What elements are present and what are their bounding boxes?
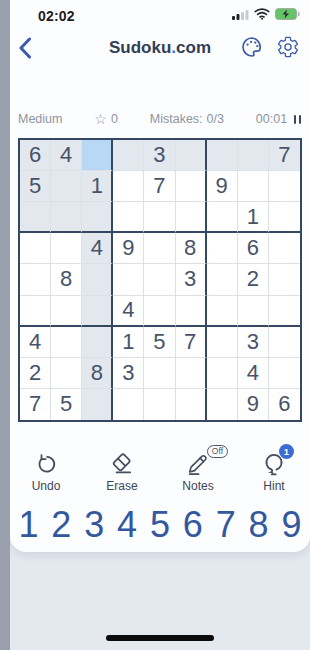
- cell-r1c3[interactable]: [82, 140, 113, 171]
- cell-r8c8[interactable]: 4: [238, 358, 269, 389]
- cell-r7c4[interactable]: 1: [113, 327, 144, 358]
- cell-r9c5[interactable]: [144, 389, 175, 420]
- cell-r4c7[interactable]: [207, 233, 238, 264]
- cell-r2c3[interactable]: 1: [82, 171, 113, 202]
- cell-r8c5[interactable]: [144, 358, 175, 389]
- header: Sudoku.com: [10, 34, 310, 64]
- cell-r6c3[interactable]: [82, 296, 113, 327]
- cell-r5c3[interactable]: [82, 264, 113, 295]
- cellular-signal-icon: [232, 9, 249, 20]
- erase-button[interactable]: Erase: [99, 450, 145, 498]
- cell-r3c2[interactable]: [51, 202, 82, 233]
- numpad-2[interactable]: 2: [49, 507, 73, 543]
- toolbar: Undo Erase: [10, 450, 310, 498]
- numpad-5[interactable]: 5: [148, 507, 172, 543]
- cell-r8c9[interactable]: [269, 358, 300, 389]
- cell-r5c9[interactable]: [269, 264, 300, 295]
- cell-r1c6[interactable]: [176, 140, 207, 171]
- cell-r6c7[interactable]: [207, 296, 238, 327]
- cell-r9c1[interactable]: 7: [20, 389, 51, 420]
- cell-r6c4[interactable]: 4: [113, 296, 144, 327]
- status-bar: 02:02: [10, 6, 310, 26]
- cell-r1c1[interactable]: 6: [20, 140, 51, 171]
- palette-button[interactable]: [240, 35, 264, 59]
- notes-off-badge: Off: [207, 445, 228, 458]
- cell-r8c6[interactable]: [176, 358, 207, 389]
- cell-r7c7[interactable]: [207, 327, 238, 358]
- cell-r9c9[interactable]: 6: [269, 389, 300, 420]
- status-time: 02:02: [38, 8, 75, 24]
- cell-r7c2[interactable]: [51, 327, 82, 358]
- numpad-3[interactable]: 3: [82, 507, 106, 543]
- cell-r6c1[interactable]: [20, 296, 51, 327]
- timer-group: 00:01: [256, 112, 302, 126]
- cell-r9c8[interactable]: 9: [238, 389, 269, 420]
- cell-r6c6[interactable]: [176, 296, 207, 327]
- cell-r2c4[interactable]: [113, 171, 144, 202]
- cell-r5c5[interactable]: [144, 264, 175, 295]
- cell-r2c7[interactable]: 9: [207, 171, 238, 202]
- cell-r8c7[interactable]: [207, 358, 238, 389]
- timer-value: 00:01: [256, 112, 287, 126]
- cell-r3c6[interactable]: [176, 202, 207, 233]
- cell-r4c2[interactable]: [51, 233, 82, 264]
- numpad-1[interactable]: 1: [16, 507, 40, 543]
- cell-r4c9[interactable]: [269, 233, 300, 264]
- score-group: ☆ 0: [94, 112, 118, 126]
- cell-r8c3[interactable]: 8: [82, 358, 113, 389]
- cell-r5c1[interactable]: [20, 264, 51, 295]
- cell-r6c5[interactable]: [144, 296, 175, 327]
- numpad-6[interactable]: 6: [181, 507, 205, 543]
- sudoku-app: 02:02: [10, 0, 310, 650]
- info-bar: Medium ☆ 0 Mistakes: 0/3 00:01: [18, 108, 302, 130]
- cell-r4c4[interactable]: 9: [113, 233, 144, 264]
- home-indicator[interactable]: [106, 635, 214, 641]
- hint-button[interactable]: 1 Hint: [251, 450, 297, 498]
- cell-r7c5[interactable]: 5: [144, 327, 175, 358]
- undo-icon: [34, 452, 59, 477]
- cell-r5c6[interactable]: 3: [176, 264, 207, 295]
- cell-r2c2[interactable]: [51, 171, 82, 202]
- notes-button[interactable]: Off Notes: [175, 450, 221, 498]
- cell-r9c7[interactable]: [207, 389, 238, 420]
- cell-r6c8[interactable]: [238, 296, 269, 327]
- cell-r7c8[interactable]: 3: [238, 327, 269, 358]
- cell-r4c6[interactable]: 8: [176, 233, 207, 264]
- cell-r5c2[interactable]: 8: [51, 264, 82, 295]
- cell-r4c3[interactable]: 4: [82, 233, 113, 264]
- cell-r7c6[interactable]: 7: [176, 327, 207, 358]
- header-actions: [240, 35, 300, 59]
- cell-r1c8[interactable]: [238, 140, 269, 171]
- cell-r7c3[interactable]: [82, 327, 113, 358]
- numpad-4[interactable]: 4: [115, 507, 139, 543]
- cell-r5c7[interactable]: [207, 264, 238, 295]
- cell-r6c2[interactable]: [51, 296, 82, 327]
- cell-r4c5[interactable]: [144, 233, 175, 264]
- cell-r9c2[interactable]: 5: [51, 389, 82, 420]
- numpad-7[interactable]: 7: [214, 507, 238, 543]
- app-card: 02:02: [10, 0, 310, 552]
- mistakes-counter: Mistakes: 0/3: [150, 112, 224, 126]
- cell-r4c8[interactable]: 6: [238, 233, 269, 264]
- cell-r1c4[interactable]: [113, 140, 144, 171]
- cell-r9c6[interactable]: [176, 389, 207, 420]
- cell-r8c1[interactable]: 2: [20, 358, 51, 389]
- cell-r2c9[interactable]: [269, 171, 300, 202]
- eraser-icon: [109, 451, 135, 477]
- cell-r2c6[interactable]: [176, 171, 207, 202]
- cell-r1c5[interactable]: 3: [144, 140, 175, 171]
- difficulty-label: Medium: [18, 112, 62, 126]
- undo-button[interactable]: Undo: [23, 450, 69, 498]
- wifi-icon: [254, 8, 270, 20]
- star-icon: ☆: [94, 112, 107, 126]
- cell-r3c7[interactable]: [207, 202, 238, 233]
- cell-r3c9[interactable]: [269, 202, 300, 233]
- status-icons: [232, 8, 300, 20]
- cell-r5c8[interactable]: 2: [238, 264, 269, 295]
- cell-r3c4[interactable]: [113, 202, 144, 233]
- cell-r9c3[interactable]: [82, 389, 113, 420]
- cell-r1c9[interactable]: 7: [269, 140, 300, 171]
- cell-r3c3[interactable]: [82, 202, 113, 233]
- score-value: 0: [111, 112, 118, 126]
- cell-r1c2[interactable]: 4: [51, 140, 82, 171]
- cell-r1c7[interactable]: [207, 140, 238, 171]
- cell-r3c5[interactable]: [144, 202, 175, 233]
- cell-r7c9[interactable]: [269, 327, 300, 358]
- battery-charging-icon: [275, 8, 300, 20]
- cell-r3c8[interactable]: 1: [238, 202, 269, 233]
- cell-r7c1[interactable]: 4: [20, 327, 51, 358]
- sudoku-board: 643751791498683244157328347596: [18, 138, 302, 422]
- numpad-9[interactable]: 9: [279, 507, 303, 543]
- settings-gear-button[interactable]: [276, 35, 300, 59]
- numpad-8[interactable]: 8: [247, 507, 271, 543]
- cell-r5c4[interactable]: [113, 264, 144, 295]
- cell-r2c1[interactable]: 5: [20, 171, 51, 202]
- cell-r2c5[interactable]: 7: [144, 171, 175, 202]
- hint-count-badge: 1: [279, 444, 294, 459]
- cell-r4c1[interactable]: [20, 233, 51, 264]
- number-pad: 123456789: [12, 502, 308, 548]
- cell-r9c4[interactable]: [113, 389, 144, 420]
- cell-r8c4[interactable]: 3: [113, 358, 144, 389]
- cell-r6c9[interactable]: [269, 296, 300, 327]
- cell-r2c8[interactable]: [238, 171, 269, 202]
- cell-r3c1[interactable]: [20, 202, 51, 233]
- cell-r8c2[interactable]: [51, 358, 82, 389]
- pause-button[interactable]: [293, 113, 302, 126]
